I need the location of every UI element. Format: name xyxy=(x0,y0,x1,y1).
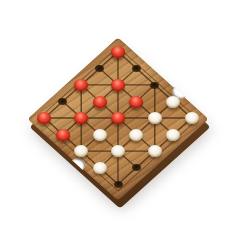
red-peg-r4c1[interactable] xyxy=(56,129,70,141)
empty-hole-r0c2[interactable] xyxy=(150,82,159,89)
white-peg-r3c2[interactable] xyxy=(93,129,107,141)
white-peg-r0c4[interactable] xyxy=(185,112,199,124)
red-peg-r1c1[interactable] xyxy=(111,79,125,91)
white-peg-r3c3[interactable] xyxy=(111,145,125,157)
white-peg-r1c3[interactable] xyxy=(148,112,162,124)
white-peg-r4c3[interactable] xyxy=(93,162,107,174)
empty-hole-r0c1[interactable] xyxy=(132,65,141,72)
red-peg-r2c2[interactable] xyxy=(111,112,125,124)
white-peg-r2c4[interactable] xyxy=(148,145,162,157)
white-peg-r2c3[interactable] xyxy=(129,129,143,141)
red-peg-r1c2[interactable] xyxy=(129,96,143,108)
white-peg-r0c3[interactable] xyxy=(166,96,180,108)
red-peg-r2c1[interactable] xyxy=(93,96,107,108)
empty-hole-r4c4[interactable] xyxy=(114,181,123,188)
empty-hole-r3c4[interactable] xyxy=(132,164,141,171)
product-photo-scene xyxy=(0,0,240,240)
red-peg-r0c0[interactable] xyxy=(111,46,125,58)
white-peg-r1c4[interactable] xyxy=(166,129,180,141)
